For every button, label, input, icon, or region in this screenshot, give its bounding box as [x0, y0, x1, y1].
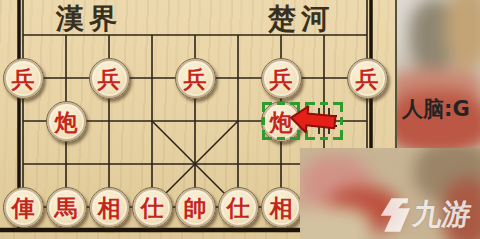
board-point[interactable] [2, 100, 45, 143]
xiangqi-app-window: 漢界 楚河 兵兵兵兵兵炮炮俥馬相仕帥仕相馬俥 人脑:G 九游 [0, 0, 480, 239]
piece-character: 俥 [12, 196, 35, 219]
board-point[interactable]: 仕 [217, 186, 260, 229]
board-point[interactable] [88, 100, 131, 143]
piece-soldier[interactable]: 兵 [89, 58, 130, 99]
board-point[interactable]: 仕 [131, 186, 174, 229]
right-side-panel-blurred [397, 0, 480, 148]
board-point[interactable]: 兵 [346, 57, 389, 100]
board-point[interactable] [174, 143, 217, 186]
board-point[interactable]: 俥 [2, 186, 45, 229]
board-point[interactable] [303, 57, 346, 100]
board-point[interactable]: 馬 [45, 186, 88, 229]
piece-character: 兵 [184, 67, 207, 90]
piece-character: 仕 [141, 196, 164, 219]
9game-watermark: 九游 [377, 191, 480, 239]
board-point[interactable] [260, 14, 303, 57]
piece-character: 帥 [184, 196, 207, 219]
board-point[interactable] [174, 100, 217, 143]
piece-general[interactable]: 帥 [175, 187, 216, 228]
board-point[interactable] [217, 143, 260, 186]
piece-horse[interactable]: 馬 [46, 187, 87, 228]
board-point[interactable]: 兵 [174, 57, 217, 100]
piece-character: 兵 [12, 67, 35, 90]
board-point[interactable]: 帥 [174, 186, 217, 229]
opponent-label: 人脑:G [402, 95, 480, 123]
board-point[interactable] [131, 100, 174, 143]
piece-character: 兵 [98, 67, 121, 90]
board-point[interactable] [88, 143, 131, 186]
board-point[interactable]: 兵 [260, 57, 303, 100]
board-point[interactable] [174, 14, 217, 57]
board-point[interactable] [346, 14, 389, 57]
board-point[interactable] [88, 14, 131, 57]
board-point[interactable] [2, 14, 45, 57]
board-point[interactable] [45, 143, 88, 186]
piece-character: 相 [270, 196, 293, 219]
board-point[interactable]: 兵 [88, 57, 131, 100]
piece-character: 兵 [270, 67, 293, 90]
piece-chariot[interactable]: 俥 [3, 187, 44, 228]
board-point[interactable] [303, 14, 346, 57]
piece-soldier[interactable]: 兵 [347, 58, 388, 99]
piece-elephant[interactable]: 相 [261, 187, 302, 228]
piece-advisor[interactable]: 仕 [218, 187, 259, 228]
board-point[interactable] [217, 14, 260, 57]
board-point[interactable] [45, 57, 88, 100]
watermark-text: 九游 [410, 195, 474, 235]
board-point[interactable]: 炮 [45, 100, 88, 143]
piece-soldier[interactable]: 兵 [261, 58, 302, 99]
piece-elephant[interactable]: 相 [89, 187, 130, 228]
board-point[interactable] [217, 100, 260, 143]
board-point[interactable]: 兵 [2, 57, 45, 100]
board-point[interactable]: 相 [88, 186, 131, 229]
board-point[interactable] [45, 14, 88, 57]
piece-character: 相 [98, 196, 121, 219]
piece-character: 兵 [356, 67, 379, 90]
board-point[interactable] [131, 143, 174, 186]
piece-cannon[interactable]: 炮 [46, 101, 87, 142]
piece-soldier[interactable]: 兵 [175, 58, 216, 99]
9game-logo-icon [377, 196, 412, 234]
board-point[interactable] [260, 143, 303, 186]
panel-blur-blobs [397, 0, 480, 148]
board-point[interactable] [131, 14, 174, 57]
piece-character: 炮 [55, 110, 78, 133]
move-direction-arrow-icon [287, 102, 338, 139]
board-point[interactable] [346, 100, 389, 143]
piece-character: 馬 [55, 196, 78, 219]
board-point[interactable] [217, 57, 260, 100]
piece-character: 仕 [227, 196, 250, 219]
board-point[interactable] [2, 143, 45, 186]
piece-advisor[interactable]: 仕 [132, 187, 173, 228]
board-point[interactable]: 相 [260, 186, 303, 229]
piece-soldier[interactable]: 兵 [3, 58, 44, 99]
board-point[interactable] [131, 57, 174, 100]
